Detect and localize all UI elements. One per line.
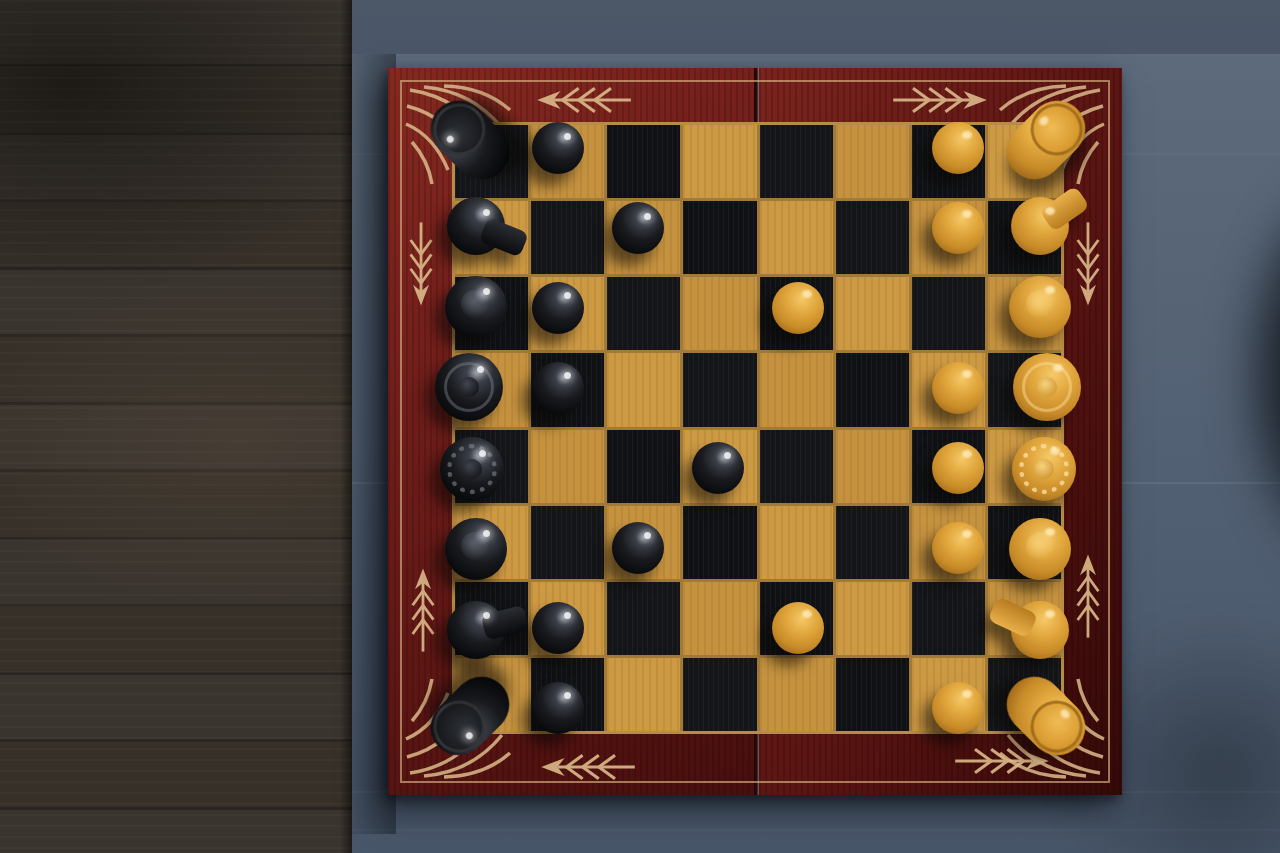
piece-glyph: ♞	[471, 220, 481, 233]
piece-glyph: ♙	[953, 382, 963, 395]
square-g4[interactable]	[760, 201, 833, 274]
piece-white-pawn-b4[interactable]: ♙	[772, 602, 824, 654]
piece-glyph: ♞	[471, 623, 481, 636]
piece-glyph: ♙	[953, 701, 963, 714]
piece-glyph: ♙	[953, 461, 963, 474]
piece-glyph: ♟	[553, 302, 563, 315]
square-f2[interactable]	[912, 277, 985, 350]
square-h3[interactable]	[836, 125, 909, 198]
piece-glyph: ♟	[713, 461, 723, 474]
wood-floor	[0, 0, 352, 853]
square-e5[interactable]	[683, 353, 756, 426]
floor-table-edge	[340, 0, 352, 853]
piece-black-pawn-e7[interactable]: ♟	[532, 362, 584, 414]
piece-white-pawn-h2[interactable]: ♙	[932, 122, 984, 174]
piece-glyph: ♔	[1042, 380, 1052, 393]
square-g7[interactable]	[531, 201, 604, 274]
square-e6[interactable]	[607, 353, 680, 426]
piece-glyph: ♙	[953, 222, 963, 235]
square-b2[interactable]	[912, 582, 985, 655]
piece-glyph: ♟	[553, 621, 563, 634]
piece-glyph: ♝	[471, 300, 481, 313]
square-e4[interactable]	[760, 353, 833, 426]
square-a6[interactable]	[607, 658, 680, 731]
piece-glyph: ♙	[793, 302, 803, 315]
piece-glyph: ♟	[553, 701, 563, 714]
piece-black-pawn-d5[interactable]: ♟	[692, 442, 744, 494]
piece-glyph: ♟	[553, 382, 563, 395]
piece-glyph: ♟	[633, 222, 643, 235]
piece-glyph: ♘	[1035, 220, 1045, 233]
piece-glyph: ♘	[1035, 623, 1045, 636]
piece-glyph: ♗	[1035, 300, 1045, 313]
square-a5[interactable]	[683, 658, 756, 731]
piece-white-queen-d1[interactable]: ♕	[1012, 437, 1076, 501]
piece-glyph: ♛	[467, 462, 477, 475]
piece-white-pawn-d2[interactable]: ♙	[932, 442, 984, 494]
piece-black-queen-d8[interactable]: ♛	[440, 437, 504, 501]
square-e3[interactable]	[836, 353, 909, 426]
square-h5[interactable]	[683, 125, 756, 198]
piece-black-pawn-b7[interactable]: ♟	[532, 602, 584, 654]
square-c5[interactable]	[683, 506, 756, 579]
piece-glyph: ♟	[553, 142, 563, 155]
piece-white-pawn-g2[interactable]: ♙	[932, 202, 984, 254]
square-a4[interactable]	[760, 658, 833, 731]
piece-glyph: ♙	[793, 621, 803, 634]
piece-black-pawn-c6[interactable]: ♟	[612, 522, 664, 574]
piece-glyph: ♟	[633, 541, 643, 554]
piece-glyph: ♝	[471, 543, 481, 556]
square-g5[interactable]	[683, 201, 756, 274]
piece-glyph: ♚	[464, 380, 474, 393]
piece-black-bishop-c8[interactable]: ♝	[445, 518, 507, 580]
square-c7[interactable]	[531, 506, 604, 579]
piece-glyph: ♙	[953, 541, 963, 554]
piece-black-pawn-a7[interactable]: ♟	[532, 682, 584, 734]
square-d7[interactable]	[531, 430, 604, 503]
chess-board: ♜♟♙♖♞♟♙♘♝♟♙♗♚♟♙♔♛♟♙♕♝♟♙♗♞♟♙♘♜♟♙♖	[388, 68, 1122, 795]
table-far-edge	[352, 0, 1280, 55]
square-b3[interactable]	[836, 582, 909, 655]
piece-black-pawn-g6[interactable]: ♟	[612, 202, 664, 254]
square-d6[interactable]	[607, 430, 680, 503]
square-c4[interactable]	[760, 506, 833, 579]
piece-white-knight-b1[interactable]: ♘	[1011, 601, 1069, 659]
piece-glyph: ♗	[1035, 543, 1045, 556]
square-c3[interactable]	[836, 506, 909, 579]
square-d4[interactable]	[760, 430, 833, 503]
square-f5[interactable]	[683, 277, 756, 350]
piece-white-pawn-e2[interactable]: ♙	[932, 362, 984, 414]
square-f3[interactable]	[836, 277, 909, 350]
square-b6[interactable]	[607, 582, 680, 655]
piece-white-bishop-c1[interactable]: ♗	[1009, 518, 1071, 580]
square-h4[interactable]	[760, 125, 833, 198]
piece-white-pawn-c2[interactable]: ♙	[932, 522, 984, 574]
scene: ♜♟♙♖♞♟♙♘♝♟♙♗♚♟♙♔♛♟♙♕♝♟♙♗♞♟♙♘♜♟♙♖	[0, 0, 1280, 853]
piece-black-king-e8[interactable]: ♚	[435, 353, 503, 421]
square-f6[interactable]	[607, 277, 680, 350]
piece-black-knight-g8[interactable]: ♞	[447, 197, 505, 255]
square-a3[interactable]	[836, 658, 909, 731]
square-d3[interactable]	[836, 430, 909, 503]
piece-black-knight-b8[interactable]: ♞	[447, 601, 505, 659]
piece-white-pawn-f4[interactable]: ♙	[772, 282, 824, 334]
piece-glyph: ♙	[953, 142, 963, 155]
piece-white-king-e1[interactable]: ♔	[1013, 353, 1081, 421]
piece-white-pawn-a2[interactable]: ♙	[932, 682, 984, 734]
piece-glyph: ♕	[1039, 462, 1049, 475]
piece-black-pawn-f7[interactable]: ♟	[532, 282, 584, 334]
square-h6[interactable]	[607, 125, 680, 198]
square-g3[interactable]	[836, 201, 909, 274]
square-b5[interactable]	[683, 582, 756, 655]
piece-white-bishop-f1[interactable]: ♗	[1009, 276, 1071, 338]
piece-black-bishop-f8[interactable]: ♝	[445, 276, 507, 338]
